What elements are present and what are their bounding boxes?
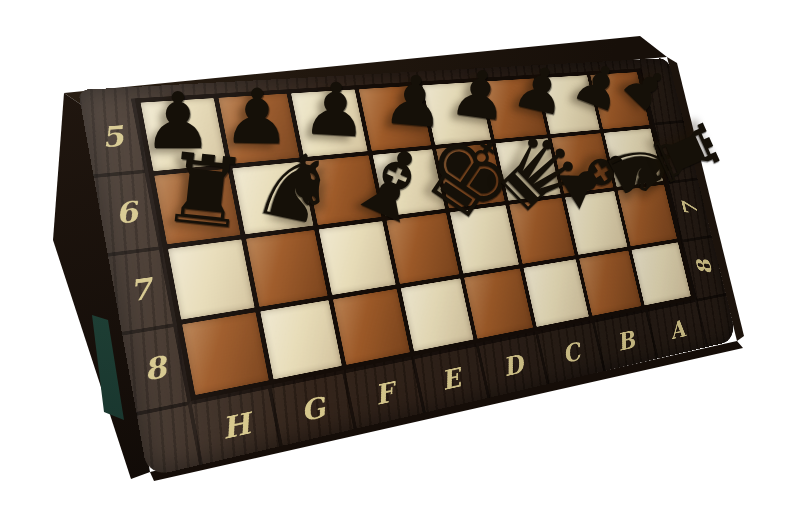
piece-black-knight-g6[interactable]: ♞ <box>246 134 346 241</box>
piece-black-rook-h6[interactable]: ♜ <box>157 139 253 243</box>
pieces-layer: ♟♟♟♟♟♟♟♟♜♞♝♚♛♝♞♜ <box>0 0 800 531</box>
scene: 5678 78 HGFEDCBA ♟♟♟♟♟♟♟♟♜♞♝♚♛♝♞♜ <box>0 0 800 531</box>
